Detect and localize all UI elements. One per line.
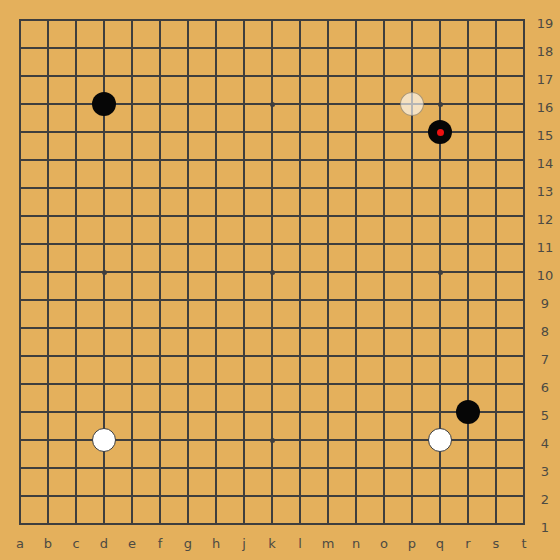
row-label-3: 3: [532, 464, 558, 480]
row-label-7: 7: [532, 352, 558, 368]
star-point-q16: [438, 102, 443, 107]
row-label-14: 14: [532, 156, 558, 172]
column-label-d: d: [90, 536, 118, 552]
column-label-j: j: [230, 536, 258, 552]
column-label-l: l: [286, 536, 314, 552]
grid-line-horizontal-2: [19, 495, 525, 497]
last-move-marker: [437, 129, 444, 136]
row-label-16: 16: [532, 100, 558, 116]
stone-black-r5[interactable]: [456, 400, 480, 424]
stone-white-q4[interactable]: [428, 428, 452, 452]
row-label-18: 18: [532, 44, 558, 60]
row-label-9: 9: [532, 296, 558, 312]
grid-line-horizontal-8: [19, 327, 525, 329]
row-label-17: 17: [532, 72, 558, 88]
star-point-k4: [270, 438, 275, 443]
row-label-2: 2: [532, 492, 558, 508]
star-point-d10: [102, 270, 107, 275]
column-label-b: b: [34, 536, 62, 552]
row-label-12: 12: [532, 212, 558, 228]
grid-line-vertical-l: [299, 19, 301, 525]
column-label-g: g: [174, 536, 202, 552]
row-label-4: 4: [532, 436, 558, 452]
row-label-11: 11: [532, 240, 558, 256]
grid-line-horizontal-3: [19, 467, 525, 469]
grid-line-horizontal-7: [19, 355, 525, 357]
star-point-q10: [438, 270, 443, 275]
grid-line-vertical-r: [467, 19, 469, 525]
column-label-e: e: [118, 536, 146, 552]
column-label-q: q: [426, 536, 454, 552]
grid-line-horizontal-9: [19, 299, 525, 301]
column-label-n: n: [342, 536, 370, 552]
row-label-19: 19: [532, 16, 558, 32]
column-label-t: t: [510, 536, 538, 552]
column-label-f: f: [146, 536, 174, 552]
grid-line-vertical-m: [327, 19, 329, 525]
row-label-15: 15: [532, 128, 558, 144]
grid-line-horizontal-1: [19, 523, 525, 525]
grid-line-vertical-o: [383, 19, 385, 525]
column-label-a: a: [6, 536, 34, 552]
ghost-stone-p16[interactable]: [400, 92, 424, 116]
column-label-s: s: [482, 536, 510, 552]
row-label-10: 10: [532, 268, 558, 284]
column-label-h: h: [202, 536, 230, 552]
stone-black-d16[interactable]: [92, 92, 116, 116]
column-label-o: o: [370, 536, 398, 552]
column-label-c: c: [62, 536, 90, 552]
star-point-k16: [270, 102, 275, 107]
grid-line-vertical-n: [355, 19, 357, 525]
column-label-r: r: [454, 536, 482, 552]
column-label-m: m: [314, 536, 342, 552]
row-label-5: 5: [532, 408, 558, 424]
go-board[interactable]: abcdefghjklmnopqrst191817161514131211109…: [0, 0, 560, 560]
row-label-13: 13: [532, 184, 558, 200]
row-label-6: 6: [532, 380, 558, 396]
column-label-p: p: [398, 536, 426, 552]
row-label-1: 1: [532, 520, 558, 536]
column-label-k: k: [258, 536, 286, 552]
grid-line-vertical-t: [523, 19, 525, 525]
grid-line-horizontal-6: [19, 383, 525, 385]
stone-black-q15[interactable]: [428, 120, 452, 144]
row-label-8: 8: [532, 324, 558, 340]
grid-line-vertical-s: [495, 19, 497, 525]
star-point-k10: [270, 270, 275, 275]
stone-white-d4[interactable]: [92, 428, 116, 452]
grid-line-horizontal-5: [19, 411, 525, 413]
